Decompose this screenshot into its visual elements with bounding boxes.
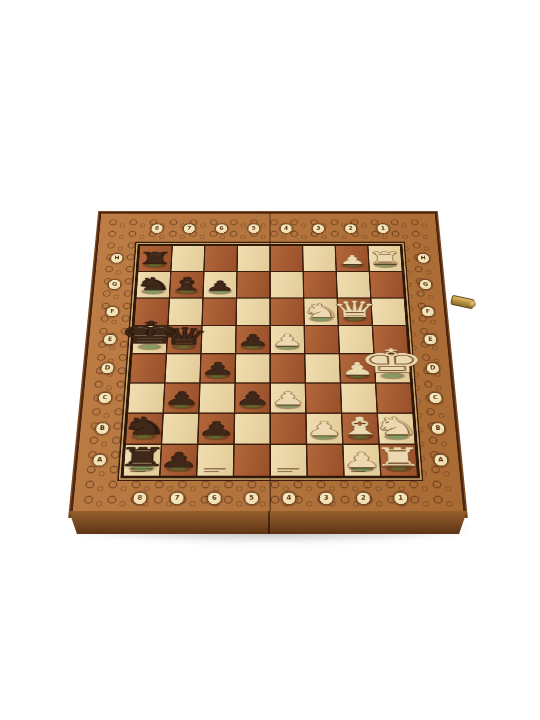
- coord-top-4: 4: [280, 224, 293, 234]
- square-b2[interactable]: [342, 413, 379, 444]
- coord-right-H: H: [416, 253, 430, 263]
- coord-top-2: 2: [344, 224, 357, 234]
- square-b4[interactable]: [270, 413, 306, 444]
- coord-right-D: D: [425, 363, 440, 375]
- coord-left-H: H: [110, 253, 124, 263]
- square-c2[interactable]: [340, 383, 377, 413]
- coord-top-5: 5: [247, 224, 260, 234]
- coord-left-C: C: [97, 392, 112, 404]
- brass-clasp-icon: [450, 295, 475, 310]
- coord-bottom-1: 1: [393, 492, 409, 505]
- white-rook-glyph: ♜: [367, 250, 404, 267]
- maker-stamp: [204, 467, 226, 472]
- square-h4[interactable]: [270, 245, 303, 271]
- square-h3[interactable]: [303, 245, 337, 271]
- coord-top-7: 7: [183, 224, 196, 234]
- coord-left-D: D: [100, 363, 115, 375]
- side-edge-seam: [268, 511, 270, 534]
- square-b7[interactable]: [161, 413, 198, 444]
- square-c6[interactable]: [199, 383, 235, 413]
- coord-right-E: E: [423, 334, 438, 345]
- square-b8[interactable]: [125, 413, 163, 444]
- coord-bottom-6: 6: [207, 492, 222, 505]
- white-pawn-glyph: ♟: [338, 254, 366, 267]
- square-a7[interactable]: [160, 444, 198, 476]
- square-a6[interactable]: [197, 444, 234, 476]
- square-a2[interactable]: [343, 444, 381, 476]
- square-a8[interactable]: [123, 444, 162, 476]
- square-d3[interactable]: [305, 354, 341, 383]
- square-g1[interactable]: [369, 271, 404, 298]
- coord-right-G: G: [419, 279, 433, 290]
- square-h5[interactable]: [237, 245, 270, 271]
- square-a4[interactable]: [270, 444, 307, 476]
- maker-stamp: [277, 467, 299, 472]
- clasp-knob-icon: [469, 301, 476, 308]
- black-pawn-glyph: ♟: [236, 332, 269, 348]
- square-b1[interactable]: [377, 413, 415, 444]
- black-bishop-glyph: ♝: [167, 275, 206, 293]
- square-h6[interactable]: [204, 245, 238, 271]
- square-c1[interactable]: [376, 383, 413, 413]
- black-rook-glyph: ♜: [137, 250, 174, 267]
- coord-bottom-5: 5: [244, 492, 259, 505]
- coord-top-8: 8: [150, 224, 163, 234]
- square-c7[interactable]: [163, 383, 200, 413]
- coord-left-G: G: [108, 279, 122, 290]
- coord-left-E: E: [103, 334, 118, 345]
- square-a1[interactable]: [379, 444, 418, 476]
- square-c8[interactable]: [127, 383, 164, 413]
- square-d7[interactable]: [165, 354, 201, 383]
- square-b6[interactable]: [198, 413, 235, 444]
- coord-bottom-4: 4: [282, 492, 297, 505]
- maker-stamp: [351, 467, 373, 472]
- coord-right-A: A: [433, 454, 449, 467]
- coord-right-F: F: [421, 306, 435, 317]
- coord-top-3: 3: [312, 224, 325, 234]
- square-a3[interactable]: [307, 444, 344, 476]
- black-pawn-glyph: ♟: [205, 279, 235, 293]
- black-knight-glyph: ♞: [134, 275, 173, 293]
- product-photo: 88HH77GG66FF55EE44DD33CC22BB11AA ♜♟♜♝♞♟♛…: [0, 0, 540, 720]
- square-h7[interactable]: [171, 245, 205, 271]
- square-c5[interactable]: [235, 383, 271, 413]
- square-a5[interactable]: [233, 444, 270, 476]
- coord-left-F: F: [105, 306, 119, 317]
- square-g2[interactable]: [336, 271, 371, 298]
- square-g4[interactable]: [270, 271, 304, 298]
- coord-bottom-2: 2: [356, 492, 371, 505]
- square-d4[interactable]: [270, 354, 305, 383]
- white-pawn-glyph: ♟: [271, 332, 304, 348]
- coord-left-B: B: [95, 422, 110, 434]
- square-b3[interactable]: [306, 413, 343, 444]
- board-side-edge: [69, 511, 467, 534]
- square-c3[interactable]: [305, 383, 341, 413]
- square-f6[interactable]: [202, 298, 237, 325]
- coord-bottom-8: 8: [132, 492, 148, 505]
- square-g5[interactable]: [237, 271, 271, 298]
- square-b5[interactable]: [234, 413, 270, 444]
- square-f5[interactable]: [236, 298, 270, 325]
- square-e3[interactable]: [304, 325, 339, 353]
- coord-right-C: C: [428, 392, 443, 404]
- coord-left-A: A: [92, 454, 108, 467]
- coord-bottom-3: 3: [319, 492, 334, 505]
- square-g3[interactable]: [303, 271, 337, 298]
- maker-stamp: [130, 467, 152, 472]
- square-d8[interactable]: [130, 354, 167, 383]
- square-c4[interactable]: [270, 383, 306, 413]
- coord-right-B: B: [430, 422, 445, 434]
- coord-bottom-7: 7: [169, 492, 184, 505]
- square-d5[interactable]: [235, 354, 270, 383]
- square-f4[interactable]: [270, 298, 304, 325]
- coord-top-1: 1: [376, 224, 389, 234]
- chess-board: 88HH77GG66FF55EE44DD33CC22BB11AA ♜♟♜♝♞♟♛…: [70, 212, 466, 516]
- coord-top-6: 6: [215, 224, 228, 234]
